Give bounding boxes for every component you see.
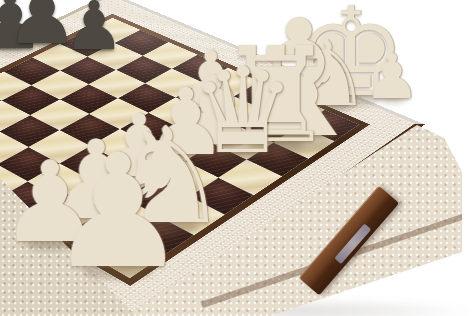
product-photo-stage: ♟ ♟ ♟ ♟ ♟ ♟ ♞ ♟ ♟ ♟ ♛ ♜ ♝ ♟ ♞ ♚ ♟ [0,0,474,316]
piece-white-pawn-h6[interactable]: ♟ [364,46,420,108]
piece-white-pawn-g1[interactable]: ♟ [48,133,189,290]
piece-black-pawn-a7[interactable]: ♟ [64,0,124,60]
